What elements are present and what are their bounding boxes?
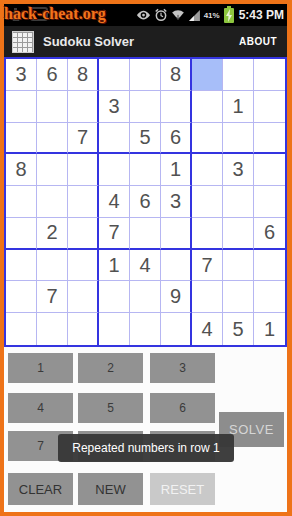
phone-screen: hack-cheat.org 41% 5:43 PM Sudoku Solver… — [4, 4, 287, 512]
sudoku-cell[interactable] — [192, 154, 223, 186]
sudoku-cell[interactable]: 1 — [223, 91, 254, 123]
sudoku-cell[interactable] — [254, 91, 285, 123]
sudoku-cell[interactable]: 8 — [161, 59, 192, 91]
sudoku-cell[interactable]: 8 — [6, 154, 37, 186]
sudoku-cell[interactable] — [6, 281, 37, 313]
sudoku-cell[interactable] — [99, 154, 130, 186]
sudoku-cell-selected[interactable] — [192, 59, 223, 91]
sudoku-cell[interactable] — [161, 218, 192, 250]
sudoku-cell[interactable] — [68, 218, 99, 250]
sudoku-cell[interactable] — [6, 218, 37, 250]
sudoku-cell[interactable]: 4 — [130, 250, 161, 282]
battery-percent: 41% — [204, 11, 220, 20]
keypad-button-6[interactable]: 6 — [150, 393, 215, 423]
sudoku-cell[interactable]: 5 — [223, 313, 254, 345]
sudoku-cell[interactable] — [99, 59, 130, 91]
watermark-frame: hack-cheat.org 41% 5:43 PM Sudoku Solver… — [0, 0, 292, 516]
sudoku-cell[interactable] — [130, 218, 161, 250]
sudoku-cell[interactable]: 6 — [37, 59, 68, 91]
sudoku-app-icon — [12, 31, 34, 53]
sudoku-cell[interactable] — [192, 281, 223, 313]
sudoku-cell[interactable] — [37, 91, 68, 123]
reset-button[interactable]: RESET — [150, 473, 215, 505]
toast-message: Repeated numbers in row 1 — [58, 434, 234, 462]
sudoku-cell[interactable]: 3 — [6, 59, 37, 91]
clear-button[interactable]: CLEAR — [8, 473, 73, 505]
sudoku-cell[interactable] — [192, 218, 223, 250]
sudoku-cell[interactable] — [68, 154, 99, 186]
sudoku-cell[interactable] — [254, 186, 285, 218]
wifi-icon — [171, 9, 185, 22]
keypad-button-2[interactable]: 2 — [78, 353, 143, 383]
sudoku-cell[interactable] — [6, 186, 37, 218]
sudoku-board: 36883175681346327614779451 — [4, 57, 287, 347]
sudoku-cell[interactable] — [192, 123, 223, 155]
sudoku-cell[interactable]: 1 — [161, 154, 192, 186]
sudoku-cell[interactable]: 7 — [192, 250, 223, 282]
sudoku-cell[interactable]: 5 — [130, 123, 161, 155]
button-panel: 1 2 3 4 5 6 7 8 9 SOLVE CLEAR NEW RESET … — [4, 347, 287, 512]
sudoku-cell[interactable]: 6 — [130, 186, 161, 218]
sudoku-cell[interactable]: 3 — [223, 154, 254, 186]
sudoku-cell[interactable] — [6, 91, 37, 123]
sudoku-cell[interactable] — [223, 186, 254, 218]
sudoku-cell[interactable]: 4 — [99, 186, 130, 218]
sudoku-cell[interactable]: 7 — [37, 281, 68, 313]
sudoku-cell[interactable] — [223, 281, 254, 313]
sudoku-cell[interactable] — [68, 313, 99, 345]
status-bar: hack-cheat.org 41% 5:43 PM — [4, 4, 287, 26]
sudoku-cell[interactable] — [6, 250, 37, 282]
sudoku-cell[interactable] — [223, 218, 254, 250]
sudoku-cell[interactable]: 7 — [99, 218, 130, 250]
sudoku-cell[interactable] — [37, 123, 68, 155]
sudoku-cell[interactable] — [254, 281, 285, 313]
sudoku-cell[interactable] — [37, 250, 68, 282]
eye-icon — [136, 9, 151, 21]
sudoku-cell[interactable]: 6 — [254, 218, 285, 250]
sudoku-cell[interactable] — [254, 154, 285, 186]
sudoku-cell[interactable] — [223, 123, 254, 155]
watermark-text: hack-cheat.org — [4, 5, 106, 23]
sudoku-cell[interactable] — [68, 250, 99, 282]
sudoku-cell[interactable]: 6 — [161, 123, 192, 155]
about-menu-button[interactable]: ABOUT — [237, 32, 279, 51]
sudoku-cell[interactable] — [37, 154, 68, 186]
clock-time: 5:43 PM — [239, 8, 284, 22]
keypad-button-1[interactable]: 1 — [8, 353, 73, 383]
sudoku-cell[interactable] — [223, 250, 254, 282]
sudoku-cell[interactable] — [130, 281, 161, 313]
sudoku-cell[interactable]: 1 — [254, 313, 285, 345]
sudoku-cell[interactable] — [161, 250, 192, 282]
sudoku-cell[interactable] — [130, 59, 161, 91]
sudoku-cell[interactable] — [192, 91, 223, 123]
sudoku-cell[interactable] — [161, 91, 192, 123]
sudoku-cell[interactable] — [254, 59, 285, 91]
sudoku-cell[interactable] — [99, 281, 130, 313]
signal-icon — [188, 9, 201, 22]
sudoku-cell[interactable] — [6, 123, 37, 155]
sudoku-cell[interactable]: 3 — [99, 91, 130, 123]
app-bar: Sudoku Solver ABOUT — [4, 26, 287, 57]
sudoku-cell[interactable]: 4 — [192, 313, 223, 345]
sudoku-cell[interactable] — [37, 186, 68, 218]
sudoku-cell[interactable] — [6, 313, 37, 345]
sudoku-cell[interactable] — [161, 313, 192, 345]
battery-charging-icon — [224, 8, 234, 23]
sudoku-cell[interactable] — [192, 186, 223, 218]
sudoku-cell[interactable]: 2 — [37, 218, 68, 250]
sudoku-cell[interactable] — [254, 123, 285, 155]
sudoku-cell[interactable]: 1 — [99, 250, 130, 282]
sudoku-cell[interactable] — [37, 313, 68, 345]
sudoku-cell[interactable] — [130, 313, 161, 345]
sudoku-cell[interactable]: 7 — [68, 123, 99, 155]
sudoku-cell[interactable] — [223, 59, 254, 91]
new-button[interactable]: NEW — [78, 473, 143, 505]
keypad-button-5[interactable]: 5 — [78, 393, 143, 423]
sudoku-cell[interactable] — [99, 123, 130, 155]
alarm-icon — [154, 8, 168, 22]
sudoku-cell[interactable] — [254, 250, 285, 282]
sudoku-cell[interactable] — [130, 154, 161, 186]
sudoku-cell[interactable] — [130, 91, 161, 123]
sudoku-cell[interactable]: 3 — [161, 186, 192, 218]
sudoku-cell[interactable] — [99, 313, 130, 345]
keypad-button-3[interactable]: 3 — [150, 353, 215, 383]
sudoku-cell[interactable]: 8 — [68, 59, 99, 91]
sudoku-cell[interactable] — [68, 91, 99, 123]
app-title: Sudoku Solver — [43, 34, 134, 49]
sudoku-cell[interactable] — [68, 186, 99, 218]
sudoku-cell[interactable]: 9 — [161, 281, 192, 313]
sudoku-cell[interactable] — [68, 281, 99, 313]
keypad-button-4[interactable]: 4 — [8, 393, 73, 423]
